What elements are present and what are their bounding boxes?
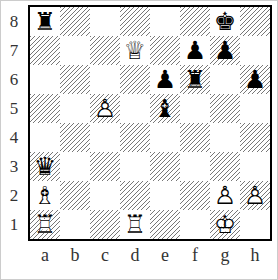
file-label-h: h [240, 245, 270, 266]
square-e7[interactable] [150, 36, 180, 65]
square-h4[interactable] [240, 123, 270, 152]
piece-black-pawn-f7: ♟♟ [180, 36, 210, 65]
square-g1[interactable]: ♚♔ [210, 210, 240, 239]
piece-black-pawn-e6: ♟♟ [150, 65, 180, 94]
square-g6[interactable] [210, 65, 240, 94]
piece-black-rook-a8: ♜♜ [30, 7, 60, 36]
square-e6[interactable]: ♟♟ [150, 65, 180, 94]
square-h1[interactable] [240, 210, 270, 239]
square-c7[interactable] [90, 36, 120, 65]
square-e1[interactable] [150, 210, 180, 239]
piece-white-pawn-g2: ♟♙ [210, 181, 240, 210]
square-f8[interactable] [180, 7, 210, 36]
square-h2[interactable]: ♟♙ [240, 181, 270, 210]
piece-outline-layer: ♔ [210, 210, 240, 239]
square-c3[interactable] [90, 152, 120, 181]
file-label-d: d [120, 245, 150, 266]
rank-label-8: 8 [0, 7, 28, 36]
rank-label-5: 5 [0, 94, 28, 123]
piece-white-rook-a1: ♜♖ [30, 210, 60, 239]
square-f2[interactable] [180, 181, 210, 210]
square-a1[interactable]: ♜♖ [30, 210, 60, 239]
square-a6[interactable] [30, 65, 60, 94]
file-label-b: b [60, 245, 90, 266]
square-c4[interactable] [90, 123, 120, 152]
piece-white-rook-d1: ♜♖ [120, 210, 150, 239]
rank-label-3: 3 [0, 152, 28, 181]
square-a7[interactable] [30, 36, 60, 65]
square-f3[interactable] [180, 152, 210, 181]
square-b1[interactable] [60, 210, 90, 239]
file-labels-spacer [0, 245, 30, 266]
square-g2[interactable]: ♟♙ [210, 181, 240, 210]
square-a8[interactable]: ♜♜ [30, 7, 60, 36]
square-g3[interactable] [210, 152, 240, 181]
piece-outline-layer: ♖ [30, 210, 60, 239]
piece-outline-layer: ♙ [210, 181, 240, 210]
piece-black-king-g8: ♚♚ [210, 7, 240, 36]
chess-diagram: 87654321 ♜♜♚♚♛♕♟♟♟♟♟♟♜♜♟♟♟♙♝♝♛♛♝♗♟♙♟♙♜♖♜… [0, 0, 278, 280]
piece-outline-layer: ♟ [240, 65, 270, 94]
file-label-e: e [150, 245, 180, 266]
piece-outline-layer: ♕ [120, 36, 150, 65]
file-label-c: c [90, 245, 120, 266]
square-e4[interactable] [150, 123, 180, 152]
square-b5[interactable] [60, 94, 90, 123]
square-d7[interactable]: ♛♕ [120, 36, 150, 65]
square-f1[interactable] [180, 210, 210, 239]
square-e3[interactable] [150, 152, 180, 181]
square-c8[interactable] [90, 7, 120, 36]
square-g7[interactable]: ♟♟ [210, 36, 240, 65]
square-e8[interactable] [150, 7, 180, 36]
square-c2[interactable] [90, 181, 120, 210]
piece-outline-layer: ♜ [30, 7, 60, 36]
square-d5[interactable] [120, 94, 150, 123]
square-h5[interactable] [240, 94, 270, 123]
square-d6[interactable] [120, 65, 150, 94]
piece-black-pawn-h6: ♟♟ [240, 65, 270, 94]
square-a2[interactable]: ♝♗ [30, 181, 60, 210]
piece-black-queen-a3: ♛♛ [30, 152, 60, 181]
piece-white-king-g1: ♚♔ [210, 210, 240, 239]
square-f6[interactable]: ♜♜ [180, 65, 210, 94]
square-f7[interactable]: ♟♟ [180, 36, 210, 65]
piece-outline-layer: ♚ [210, 7, 240, 36]
piece-outline-layer: ♜ [180, 65, 210, 94]
piece-black-rook-f6: ♜♜ [180, 65, 210, 94]
square-c1[interactable] [90, 210, 120, 239]
square-f4[interactable] [180, 123, 210, 152]
square-a3[interactable]: ♛♛ [30, 152, 60, 181]
file-labels: abcdefgh [30, 245, 270, 266]
piece-outline-layer: ♟ [180, 36, 210, 65]
square-b8[interactable] [60, 7, 90, 36]
piece-outline-layer: ♛ [30, 152, 60, 181]
file-label-g: g [210, 245, 240, 266]
piece-outline-layer: ♟ [150, 65, 180, 94]
square-e5[interactable]: ♝♝ [150, 94, 180, 123]
file-label-f: f [180, 245, 210, 266]
piece-black-bishop-e5: ♝♝ [150, 94, 180, 123]
square-g4[interactable] [210, 123, 240, 152]
piece-outline-layer: ♝ [150, 94, 180, 123]
square-h8[interactable] [240, 7, 270, 36]
rank-labels: 87654321 [0, 7, 28, 239]
square-d3[interactable] [120, 152, 150, 181]
square-g8[interactable]: ♚♚ [210, 7, 240, 36]
square-a4[interactable] [30, 123, 60, 152]
square-b4[interactable] [60, 123, 90, 152]
square-h6[interactable]: ♟♟ [240, 65, 270, 94]
piece-white-queen-d7: ♛♕ [120, 36, 150, 65]
square-f5[interactable] [180, 94, 210, 123]
square-b6[interactable] [60, 65, 90, 94]
square-b7[interactable] [60, 36, 90, 65]
square-a5[interactable] [30, 94, 60, 123]
piece-outline-layer: ♙ [240, 181, 270, 210]
piece-white-pawn-h2: ♟♙ [240, 181, 270, 210]
file-label-a: a [30, 245, 60, 266]
rank-label-6: 6 [0, 65, 28, 94]
rank-label-4: 4 [0, 123, 28, 152]
piece-outline-layer: ♗ [30, 181, 60, 210]
piece-white-bishop-a2: ♝♗ [30, 181, 60, 210]
square-b3[interactable] [60, 152, 90, 181]
rank-label-1: 1 [0, 210, 28, 239]
square-h3[interactable] [240, 152, 270, 181]
piece-outline-layer: ♙ [90, 94, 120, 123]
piece-black-pawn-g7: ♟♟ [210, 36, 240, 65]
square-d1[interactable]: ♜♖ [120, 210, 150, 239]
square-c6[interactable] [90, 65, 120, 94]
piece-outline-layer: ♖ [120, 210, 150, 239]
square-d8[interactable] [120, 7, 150, 36]
board-with-ranks: 87654321 ♜♜♚♚♛♕♟♟♟♟♟♟♜♜♟♟♟♙♝♝♛♛♝♗♟♙♟♙♜♖♜… [0, 5, 278, 241]
piece-white-pawn-c5: ♟♙ [90, 94, 120, 123]
square-c5[interactable]: ♟♙ [90, 94, 120, 123]
square-e2[interactable] [150, 181, 180, 210]
piece-outline-layer: ♟ [210, 36, 240, 65]
square-b2[interactable] [60, 181, 90, 210]
chess-board: ♜♜♚♚♛♕♟♟♟♟♟♟♜♜♟♟♟♙♝♝♛♛♝♗♟♙♟♙♜♖♜♖♚♔ [28, 5, 272, 241]
rank-label-7: 7 [0, 36, 28, 65]
square-d2[interactable] [120, 181, 150, 210]
rank-label-2: 2 [0, 181, 28, 210]
square-g5[interactable] [210, 94, 240, 123]
square-d4[interactable] [120, 123, 150, 152]
square-h7[interactable] [240, 36, 270, 65]
file-labels-row: abcdefgh [0, 245, 278, 266]
